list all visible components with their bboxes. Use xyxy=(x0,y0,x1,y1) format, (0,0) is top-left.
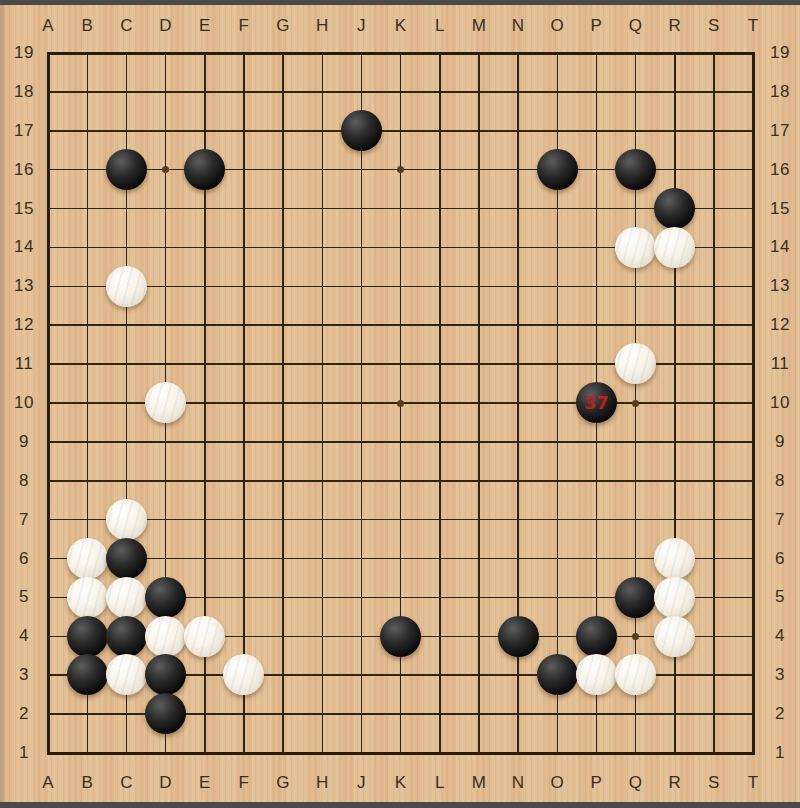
intersection-A9[interactable] xyxy=(29,422,68,461)
intersection-F12[interactable] xyxy=(224,306,263,345)
intersection-H16[interactable] xyxy=(303,150,342,189)
intersection-M18[interactable] xyxy=(459,72,498,111)
intersection-D8[interactable] xyxy=(146,461,185,500)
intersection-T8[interactable] xyxy=(733,461,772,500)
intersection-K8[interactable] xyxy=(381,461,420,500)
intersection-S9[interactable] xyxy=(694,422,733,461)
intersection-L11[interactable] xyxy=(420,345,459,384)
intersection-L15[interactable] xyxy=(420,189,459,228)
intersection-F11[interactable] xyxy=(224,345,263,384)
intersection-H2[interactable] xyxy=(303,694,342,733)
intersection-A7[interactable] xyxy=(29,500,68,539)
intersection-R13[interactable] xyxy=(655,267,694,306)
intersection-S14[interactable] xyxy=(694,228,733,267)
intersection-B7[interactable] xyxy=(68,500,107,539)
intersection-T4[interactable] xyxy=(733,617,772,656)
intersection-N19[interactable] xyxy=(498,34,537,73)
intersection-D17[interactable] xyxy=(146,111,185,150)
intersection-K12[interactable] xyxy=(381,306,420,345)
intersection-E12[interactable] xyxy=(185,306,224,345)
intersection-P11[interactable] xyxy=(577,345,616,384)
intersection-F13[interactable] xyxy=(224,267,263,306)
intersection-P12[interactable] xyxy=(577,306,616,345)
intersection-N12[interactable] xyxy=(498,306,537,345)
intersection-H7[interactable] xyxy=(303,500,342,539)
intersection-M16[interactable] xyxy=(459,150,498,189)
intersection-S3[interactable] xyxy=(694,656,733,695)
intersection-O13[interactable] xyxy=(538,267,577,306)
intersection-O9[interactable] xyxy=(538,422,577,461)
intersection-G9[interactable] xyxy=(264,422,303,461)
intersection-J2[interactable] xyxy=(342,694,381,733)
intersection-N13[interactable] xyxy=(498,267,537,306)
intersection-P9[interactable] xyxy=(577,422,616,461)
intersection-N5[interactable] xyxy=(498,578,537,617)
intersection-P13[interactable] xyxy=(577,267,616,306)
intersection-N14[interactable] xyxy=(498,228,537,267)
intersection-R1[interactable] xyxy=(655,733,694,772)
intersection-A6[interactable] xyxy=(29,539,68,578)
intersection-N1[interactable] xyxy=(498,733,537,772)
intersection-A14[interactable] xyxy=(29,228,68,267)
intersection-Q13[interactable] xyxy=(616,267,655,306)
intersection-H9[interactable] xyxy=(303,422,342,461)
intersection-L10[interactable] xyxy=(420,383,459,422)
intersection-H12[interactable] xyxy=(303,306,342,345)
intersection-L8[interactable] xyxy=(420,461,459,500)
intersection-J15[interactable] xyxy=(342,189,381,228)
intersection-K13[interactable] xyxy=(381,267,420,306)
intersection-B13[interactable] xyxy=(68,267,107,306)
intersection-N17[interactable] xyxy=(498,111,537,150)
intersection-A1[interactable] xyxy=(29,733,68,772)
intersection-J18[interactable] xyxy=(342,72,381,111)
intersection-H15[interactable] xyxy=(303,189,342,228)
intersection-R18[interactable] xyxy=(655,72,694,111)
intersection-S10[interactable] xyxy=(694,383,733,422)
intersection-O10[interactable] xyxy=(538,383,577,422)
intersection-K16[interactable] xyxy=(381,150,420,189)
intersection-D15[interactable] xyxy=(146,189,185,228)
intersection-S18[interactable] xyxy=(694,72,733,111)
intersection-A16[interactable] xyxy=(29,150,68,189)
intersection-S12[interactable] xyxy=(694,306,733,345)
intersection-H4[interactable] xyxy=(303,617,342,656)
intersection-G17[interactable] xyxy=(264,111,303,150)
intersection-Q10[interactable] xyxy=(616,383,655,422)
intersection-M11[interactable] xyxy=(459,345,498,384)
intersection-S11[interactable] xyxy=(694,345,733,384)
intersection-R16[interactable] xyxy=(655,150,694,189)
intersection-L1[interactable] xyxy=(420,733,459,772)
intersection-T3[interactable] xyxy=(733,656,772,695)
intersection-C18[interactable] xyxy=(107,72,146,111)
intersection-N8[interactable] xyxy=(498,461,537,500)
intersection-F19[interactable] xyxy=(224,34,263,73)
intersection-C14[interactable] xyxy=(107,228,146,267)
intersection-O17[interactable] xyxy=(538,111,577,150)
intersection-K10[interactable] xyxy=(381,383,420,422)
intersection-M4[interactable] xyxy=(459,617,498,656)
intersection-D13[interactable] xyxy=(146,267,185,306)
intersection-C9[interactable] xyxy=(107,422,146,461)
intersection-B12[interactable] xyxy=(68,306,107,345)
intersection-K7[interactable] xyxy=(381,500,420,539)
intersection-O14[interactable] xyxy=(538,228,577,267)
intersection-P14[interactable] xyxy=(577,228,616,267)
intersection-F8[interactable] xyxy=(224,461,263,500)
intersection-J12[interactable] xyxy=(342,306,381,345)
intersection-N6[interactable] xyxy=(498,539,537,578)
intersection-K1[interactable] xyxy=(381,733,420,772)
intersection-N15[interactable] xyxy=(498,189,537,228)
go-board[interactable]: 37 xyxy=(29,34,773,773)
intersection-M19[interactable] xyxy=(459,34,498,73)
intersection-R19[interactable] xyxy=(655,34,694,73)
intersection-A17[interactable] xyxy=(29,111,68,150)
intersection-D1[interactable] xyxy=(146,733,185,772)
intersection-A13[interactable] xyxy=(29,267,68,306)
intersection-S19[interactable] xyxy=(694,34,733,73)
intersection-D7[interactable] xyxy=(146,500,185,539)
intersection-J6[interactable] xyxy=(342,539,381,578)
intersection-K11[interactable] xyxy=(381,345,420,384)
intersection-H13[interactable] xyxy=(303,267,342,306)
intersection-R2[interactable] xyxy=(655,694,694,733)
intersection-G10[interactable] xyxy=(264,383,303,422)
intersection-S16[interactable] xyxy=(694,150,733,189)
intersection-B11[interactable] xyxy=(68,345,107,384)
intersection-F2[interactable] xyxy=(224,694,263,733)
intersection-E14[interactable] xyxy=(185,228,224,267)
intersection-L12[interactable] xyxy=(420,306,459,345)
intersection-E3[interactable] xyxy=(185,656,224,695)
intersection-E5[interactable] xyxy=(185,578,224,617)
intersection-A3[interactable] xyxy=(29,656,68,695)
intersection-A10[interactable] xyxy=(29,383,68,422)
intersection-T7[interactable] xyxy=(733,500,772,539)
intersection-C11[interactable] xyxy=(107,345,146,384)
intersection-Q7[interactable] xyxy=(616,500,655,539)
intersection-P17[interactable] xyxy=(577,111,616,150)
intersection-C15[interactable] xyxy=(107,189,146,228)
intersection-P5[interactable] xyxy=(577,578,616,617)
intersection-D9[interactable] xyxy=(146,422,185,461)
intersection-B1[interactable] xyxy=(68,733,107,772)
intersection-E1[interactable] xyxy=(185,733,224,772)
intersection-C12[interactable] xyxy=(107,306,146,345)
intersection-L5[interactable] xyxy=(420,578,459,617)
intersection-T17[interactable] xyxy=(733,111,772,150)
intersection-G12[interactable] xyxy=(264,306,303,345)
intersection-Q15[interactable] xyxy=(616,189,655,228)
intersection-K17[interactable] xyxy=(381,111,420,150)
intersection-M17[interactable] xyxy=(459,111,498,150)
intersection-K9[interactable] xyxy=(381,422,420,461)
intersection-T13[interactable] xyxy=(733,267,772,306)
intersection-G2[interactable] xyxy=(264,694,303,733)
intersection-H6[interactable] xyxy=(303,539,342,578)
intersection-G13[interactable] xyxy=(264,267,303,306)
intersection-C1[interactable] xyxy=(107,733,146,772)
intersection-M12[interactable] xyxy=(459,306,498,345)
intersection-K18[interactable] xyxy=(381,72,420,111)
intersection-K15[interactable] xyxy=(381,189,420,228)
intersection-Q12[interactable] xyxy=(616,306,655,345)
intersection-M13[interactable] xyxy=(459,267,498,306)
intersection-N16[interactable] xyxy=(498,150,537,189)
intersection-T16[interactable] xyxy=(733,150,772,189)
intersection-B10[interactable] xyxy=(68,383,107,422)
intersection-T5[interactable] xyxy=(733,578,772,617)
intersection-J3[interactable] xyxy=(342,656,381,695)
intersection-F6[interactable] xyxy=(224,539,263,578)
intersection-L2[interactable] xyxy=(420,694,459,733)
intersection-D16[interactable] xyxy=(146,150,185,189)
intersection-P6[interactable] xyxy=(577,539,616,578)
intersection-R11[interactable] xyxy=(655,345,694,384)
intersection-P7[interactable] xyxy=(577,500,616,539)
intersection-H17[interactable] xyxy=(303,111,342,150)
intersection-Q2[interactable] xyxy=(616,694,655,733)
intersection-C8[interactable] xyxy=(107,461,146,500)
intersection-E19[interactable] xyxy=(185,34,224,73)
intersection-O11[interactable] xyxy=(538,345,577,384)
intersection-B8[interactable] xyxy=(68,461,107,500)
intersection-N18[interactable] xyxy=(498,72,537,111)
intersection-O15[interactable] xyxy=(538,189,577,228)
intersection-K6[interactable] xyxy=(381,539,420,578)
intersection-C10[interactable] xyxy=(107,383,146,422)
intersection-E10[interactable] xyxy=(185,383,224,422)
intersection-K5[interactable] xyxy=(381,578,420,617)
intersection-L19[interactable] xyxy=(420,34,459,73)
intersection-S15[interactable] xyxy=(694,189,733,228)
intersection-N7[interactable] xyxy=(498,500,537,539)
intersection-D11[interactable] xyxy=(146,345,185,384)
intersection-E9[interactable] xyxy=(185,422,224,461)
intersection-T18[interactable] xyxy=(733,72,772,111)
intersection-H19[interactable] xyxy=(303,34,342,73)
intersection-B9[interactable] xyxy=(68,422,107,461)
intersection-G18[interactable] xyxy=(264,72,303,111)
intersection-F10[interactable] xyxy=(224,383,263,422)
intersection-A12[interactable] xyxy=(29,306,68,345)
intersection-F16[interactable] xyxy=(224,150,263,189)
intersection-L4[interactable] xyxy=(420,617,459,656)
intersection-L13[interactable] xyxy=(420,267,459,306)
intersection-K14[interactable] xyxy=(381,228,420,267)
intersection-D19[interactable] xyxy=(146,34,185,73)
intersection-S8[interactable] xyxy=(694,461,733,500)
intersection-F7[interactable] xyxy=(224,500,263,539)
intersection-K2[interactable] xyxy=(381,694,420,733)
intersection-R8[interactable] xyxy=(655,461,694,500)
intersection-T14[interactable] xyxy=(733,228,772,267)
intersection-H10[interactable] xyxy=(303,383,342,422)
intersection-L14[interactable] xyxy=(420,228,459,267)
intersection-N3[interactable] xyxy=(498,656,537,695)
intersection-B19[interactable] xyxy=(68,34,107,73)
intersection-G15[interactable] xyxy=(264,189,303,228)
intersection-M3[interactable] xyxy=(459,656,498,695)
intersection-H3[interactable] xyxy=(303,656,342,695)
intersection-A4[interactable] xyxy=(29,617,68,656)
intersection-N11[interactable] xyxy=(498,345,537,384)
intersection-O1[interactable] xyxy=(538,733,577,772)
intersection-O8[interactable] xyxy=(538,461,577,500)
intersection-T1[interactable] xyxy=(733,733,772,772)
intersection-S4[interactable] xyxy=(694,617,733,656)
intersection-L17[interactable] xyxy=(420,111,459,150)
intersection-G11[interactable] xyxy=(264,345,303,384)
intersection-S7[interactable] xyxy=(694,500,733,539)
intersection-O5[interactable] xyxy=(538,578,577,617)
intersection-A19[interactable] xyxy=(29,34,68,73)
intersection-T11[interactable] xyxy=(733,345,772,384)
intersection-S6[interactable] xyxy=(694,539,733,578)
intersection-C17[interactable] xyxy=(107,111,146,150)
intersection-J10[interactable] xyxy=(342,383,381,422)
intersection-E18[interactable] xyxy=(185,72,224,111)
intersection-Q6[interactable] xyxy=(616,539,655,578)
intersection-F4[interactable] xyxy=(224,617,263,656)
intersection-L18[interactable] xyxy=(420,72,459,111)
intersection-J16[interactable] xyxy=(342,150,381,189)
intersection-G6[interactable] xyxy=(264,539,303,578)
intersection-O12[interactable] xyxy=(538,306,577,345)
intersection-T15[interactable] xyxy=(733,189,772,228)
intersection-Q18[interactable] xyxy=(616,72,655,111)
intersection-G5[interactable] xyxy=(264,578,303,617)
intersection-G19[interactable] xyxy=(264,34,303,73)
intersection-F15[interactable] xyxy=(224,189,263,228)
intersection-H5[interactable] xyxy=(303,578,342,617)
intersection-G3[interactable] xyxy=(264,656,303,695)
intersection-M15[interactable] xyxy=(459,189,498,228)
intersection-S1[interactable] xyxy=(694,733,733,772)
intersection-B14[interactable] xyxy=(68,228,107,267)
intersection-P1[interactable] xyxy=(577,733,616,772)
intersection-M6[interactable] xyxy=(459,539,498,578)
intersection-T19[interactable] xyxy=(733,34,772,73)
intersection-G8[interactable] xyxy=(264,461,303,500)
intersection-F1[interactable] xyxy=(224,733,263,772)
intersection-O2[interactable] xyxy=(538,694,577,733)
intersection-H8[interactable] xyxy=(303,461,342,500)
intersection-T9[interactable] xyxy=(733,422,772,461)
intersection-O4[interactable] xyxy=(538,617,577,656)
intersection-B15[interactable] xyxy=(68,189,107,228)
intersection-C2[interactable] xyxy=(107,694,146,733)
intersection-N10[interactable] xyxy=(498,383,537,422)
intersection-Q4[interactable] xyxy=(616,617,655,656)
intersection-H14[interactable] xyxy=(303,228,342,267)
intersection-M9[interactable] xyxy=(459,422,498,461)
intersection-D6[interactable] xyxy=(146,539,185,578)
intersection-B18[interactable] xyxy=(68,72,107,111)
intersection-B16[interactable] xyxy=(68,150,107,189)
intersection-P15[interactable] xyxy=(577,189,616,228)
intersection-E11[interactable] xyxy=(185,345,224,384)
intersection-E6[interactable] xyxy=(185,539,224,578)
intersection-P8[interactable] xyxy=(577,461,616,500)
intersection-J4[interactable] xyxy=(342,617,381,656)
intersection-M14[interactable] xyxy=(459,228,498,267)
intersection-Q1[interactable] xyxy=(616,733,655,772)
intersection-L16[interactable] xyxy=(420,150,459,189)
intersection-R7[interactable] xyxy=(655,500,694,539)
intersection-E2[interactable] xyxy=(185,694,224,733)
intersection-L9[interactable] xyxy=(420,422,459,461)
intersection-G4[interactable] xyxy=(264,617,303,656)
intersection-N2[interactable] xyxy=(498,694,537,733)
intersection-N9[interactable] xyxy=(498,422,537,461)
intersection-M2[interactable] xyxy=(459,694,498,733)
intersection-A15[interactable] xyxy=(29,189,68,228)
intersection-D18[interactable] xyxy=(146,72,185,111)
intersection-P18[interactable] xyxy=(577,72,616,111)
intersection-B2[interactable] xyxy=(68,694,107,733)
intersection-K3[interactable] xyxy=(381,656,420,695)
intersection-R10[interactable] xyxy=(655,383,694,422)
intersection-G14[interactable] xyxy=(264,228,303,267)
intersection-K19[interactable] xyxy=(381,34,420,73)
intersection-L3[interactable] xyxy=(420,656,459,695)
intersection-O7[interactable] xyxy=(538,500,577,539)
intersection-R9[interactable] xyxy=(655,422,694,461)
intersection-C19[interactable] xyxy=(107,34,146,73)
intersection-M10[interactable] xyxy=(459,383,498,422)
intersection-T10[interactable] xyxy=(733,383,772,422)
intersection-O6[interactable] xyxy=(538,539,577,578)
intersection-F18[interactable] xyxy=(224,72,263,111)
intersection-J1[interactable] xyxy=(342,733,381,772)
intersection-A18[interactable] xyxy=(29,72,68,111)
intersection-O18[interactable] xyxy=(538,72,577,111)
intersection-R12[interactable] xyxy=(655,306,694,345)
intersection-E15[interactable] xyxy=(185,189,224,228)
intersection-T2[interactable] xyxy=(733,694,772,733)
intersection-A5[interactable] xyxy=(29,578,68,617)
intersection-S13[interactable] xyxy=(694,267,733,306)
intersection-F9[interactable] xyxy=(224,422,263,461)
intersection-T12[interactable] xyxy=(733,306,772,345)
intersection-S17[interactable] xyxy=(694,111,733,150)
intersection-S2[interactable] xyxy=(694,694,733,733)
intersection-J14[interactable] xyxy=(342,228,381,267)
intersection-J9[interactable] xyxy=(342,422,381,461)
intersection-P2[interactable] xyxy=(577,694,616,733)
intersection-E7[interactable] xyxy=(185,500,224,539)
intersection-M7[interactable] xyxy=(459,500,498,539)
intersection-B17[interactable] xyxy=(68,111,107,150)
intersection-H18[interactable] xyxy=(303,72,342,111)
intersection-M8[interactable] xyxy=(459,461,498,500)
intersection-F17[interactable] xyxy=(224,111,263,150)
intersection-F14[interactable] xyxy=(224,228,263,267)
intersection-E8[interactable] xyxy=(185,461,224,500)
intersection-M5[interactable] xyxy=(459,578,498,617)
intersection-Q8[interactable] xyxy=(616,461,655,500)
intersection-J13[interactable] xyxy=(342,267,381,306)
intersection-H11[interactable] xyxy=(303,345,342,384)
intersection-L7[interactable] xyxy=(420,500,459,539)
intersection-R3[interactable] xyxy=(655,656,694,695)
intersection-T6[interactable] xyxy=(733,539,772,578)
intersection-D12[interactable] xyxy=(146,306,185,345)
intersection-J7[interactable] xyxy=(342,500,381,539)
